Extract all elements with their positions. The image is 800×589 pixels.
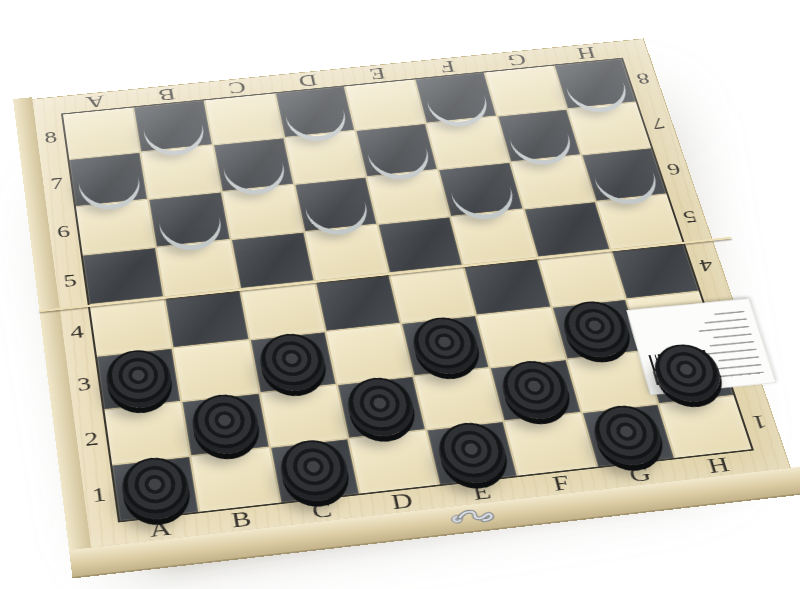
- black-piece[interactable]: [188, 391, 263, 457]
- square-a2[interactable]: [105, 402, 190, 464]
- square-e4[interactable]: [390, 266, 475, 323]
- square-d8[interactable]: [276, 87, 355, 137]
- square-c8[interactable]: [205, 94, 283, 145]
- sticker-text-line: [714, 311, 744, 315]
- square-a3[interactable]: [97, 349, 180, 409]
- square-d2[interactable]: [338, 377, 425, 438]
- square-c3[interactable]: [250, 332, 335, 391]
- square-h6[interactable]: [582, 148, 666, 201]
- square-a5[interactable]: [83, 248, 163, 304]
- square-d5[interactable]: [305, 225, 388, 280]
- square-a1[interactable]: [112, 457, 198, 521]
- square-b2[interactable]: [183, 393, 269, 455]
- square-b3[interactable]: [174, 341, 258, 401]
- square-b6[interactable]: [149, 192, 229, 246]
- black-piece[interactable]: [496, 358, 575, 422]
- clasp-hook-icon: [445, 505, 498, 529]
- square-g7[interactable]: [498, 110, 580, 161]
- square-f5[interactable]: [452, 210, 536, 265]
- black-piece[interactable]: [432, 420, 511, 487]
- square-f4[interactable]: [464, 258, 550, 315]
- square-d7[interactable]: [285, 131, 365, 183]
- sticker-text-line: [699, 326, 749, 332]
- square-d6[interactable]: [295, 177, 376, 231]
- square-e3[interactable]: [402, 316, 488, 375]
- square-h4[interactable]: [611, 243, 698, 299]
- square-c5[interactable]: [231, 232, 313, 288]
- square-e7[interactable]: [356, 124, 437, 176]
- square-h1[interactable]: [659, 396, 751, 458]
- white-piece[interactable]: [502, 108, 575, 163]
- square-f2[interactable]: [491, 360, 580, 420]
- square-c7[interactable]: [214, 138, 293, 190]
- black-piece[interactable]: [276, 437, 353, 504]
- black-piece[interactable]: [118, 455, 193, 523]
- square-f7[interactable]: [427, 117, 508, 169]
- white-piece[interactable]: [280, 85, 349, 139]
- square-c4[interactable]: [241, 282, 324, 339]
- sticker-text-line: [710, 341, 755, 347]
- white-piece[interactable]: [219, 137, 288, 193]
- white-piece[interactable]: [139, 99, 206, 153]
- white-piece[interactable]: [300, 176, 371, 233]
- square-c1[interactable]: [271, 439, 359, 502]
- square-c6[interactable]: [222, 185, 303, 239]
- square-d3[interactable]: [326, 324, 412, 383]
- checkers-board: ABCDEFGH ABCDEFGH 87654321 87654321: [31, 38, 791, 548]
- white-piece[interactable]: [361, 122, 432, 177]
- square-h7[interactable]: [568, 103, 651, 154]
- black-piece[interactable]: [407, 314, 483, 377]
- square-f6[interactable]: [439, 163, 522, 216]
- square-g8[interactable]: [485, 66, 566, 116]
- white-piece[interactable]: [559, 57, 631, 110]
- square-f8[interactable]: [416, 73, 496, 123]
- sticker-text-line: [713, 333, 751, 338]
- sticker-text-line: [717, 372, 764, 378]
- white-piece[interactable]: [75, 151, 143, 207]
- square-a4[interactable]: [90, 298, 172, 356]
- white-piece[interactable]: [444, 161, 517, 218]
- square-b4[interactable]: [165, 290, 248, 348]
- square-a7[interactable]: [69, 153, 147, 206]
- square-g1[interactable]: [582, 405, 673, 467]
- square-g4[interactable]: [538, 250, 624, 306]
- square-e5[interactable]: [379, 217, 462, 272]
- white-piece[interactable]: [420, 71, 491, 124]
- black-piece[interactable]: [587, 403, 668, 469]
- black-piece[interactable]: [256, 331, 330, 394]
- sticker-text-line: [704, 349, 757, 355]
- square-a8[interactable]: [63, 108, 140, 159]
- square-b8[interactable]: [134, 101, 211, 152]
- square-g3[interactable]: [552, 300, 640, 358]
- square-g6[interactable]: [511, 155, 594, 208]
- square-f1[interactable]: [505, 413, 596, 475]
- square-e8[interactable]: [346, 80, 425, 130]
- square-g5[interactable]: [524, 202, 609, 257]
- square-e1[interactable]: [427, 422, 517, 485]
- black-piece[interactable]: [343, 375, 420, 440]
- square-a6[interactable]: [76, 200, 155, 254]
- square-b7[interactable]: [142, 146, 221, 199]
- sticker-text-line: [705, 318, 747, 323]
- black-piece[interactable]: [557, 298, 635, 360]
- sticker-text-line: [718, 356, 759, 361]
- square-h5[interactable]: [597, 195, 683, 249]
- square-b1[interactable]: [192, 448, 279, 512]
- photo-background: ABCDEFGH ABCDEFGH 87654321 87654321: [0, 0, 800, 589]
- white-piece[interactable]: [587, 146, 662, 202]
- square-e6[interactable]: [367, 170, 449, 223]
- square-c2[interactable]: [260, 385, 346, 446]
- square-e2[interactable]: [414, 368, 502, 429]
- square-f3[interactable]: [477, 308, 564, 366]
- square-b5[interactable]: [157, 240, 238, 296]
- square-h8[interactable]: [554, 59, 635, 109]
- white-piece[interactable]: [154, 190, 224, 248]
- square-d1[interactable]: [349, 430, 438, 493]
- square-d4[interactable]: [316, 274, 400, 331]
- black-piece[interactable]: [102, 347, 174, 411]
